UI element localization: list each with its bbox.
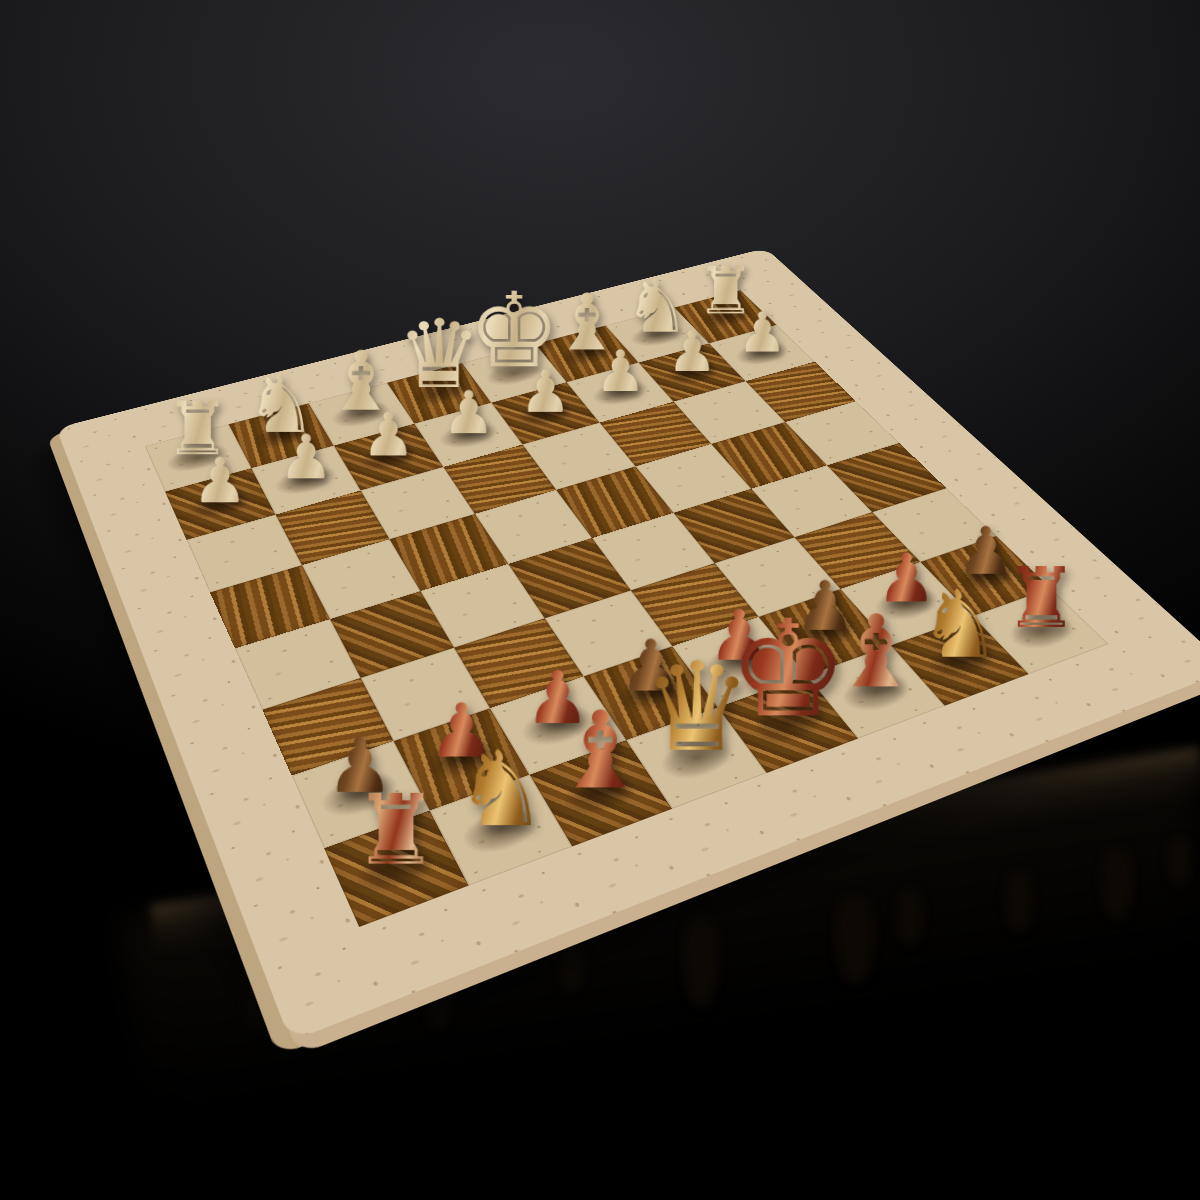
dark-rook: ♜ (353, 787, 440, 876)
dark-queen: ♛ (641, 651, 751, 764)
chess-board: ♜♞♝♛♚♝♞♜♟♟♟♟♟♟♟♟♟♟♟♟♟♟♟♟♜♞♝♛♚♝♞♜ (56, 248, 1200, 1042)
dark-knight: ♞ (454, 741, 548, 837)
light-pawn: ♟ (192, 452, 248, 509)
light-pawn: ♟ (278, 429, 333, 485)
light-pawn: ♟ (737, 307, 787, 358)
board-perspective-wrapper: ♜♞♝♛♚♝♞♜♟♟♟♟♟♟♟♟♟♟♟♟♟♟♟♟♜♞♝♛♚♝♞♜ (56, 248, 1200, 1042)
light-pawn: ♟ (667, 326, 717, 378)
light-pawn: ♟ (362, 407, 416, 462)
board-squares: ♜♞♝♛♚♝♞♜♟♟♟♟♟♟♟♟♟♟♟♟♟♟♟♟♜♞♝♛♚♝♞♜ (145, 290, 1109, 927)
light-pawn: ♟ (442, 386, 495, 440)
dark-rook: ♜ (1003, 561, 1078, 638)
light-pawn: ♟ (519, 365, 571, 419)
scene: ♜♞♝♛♚♝♞♜♟♟♟♟♟♟♟♟♟♟♟♟♟♟♟♟♜♞♝♛♚♝♞♜ (0, 0, 1200, 1200)
dark-knight: ♞ (918, 581, 1002, 667)
dark-bishop: ♝ (553, 702, 649, 800)
light-pawn: ♟ (594, 345, 645, 398)
